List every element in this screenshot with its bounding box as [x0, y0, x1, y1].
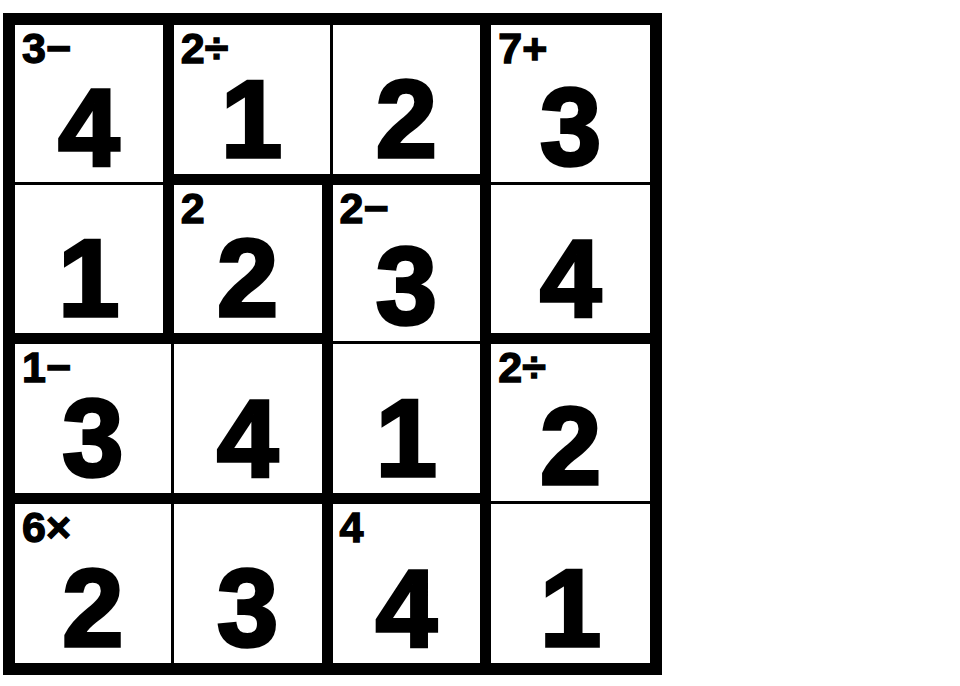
- cell-value: 2: [376, 64, 437, 174]
- cell-value: 4: [376, 553, 437, 663]
- cell-r3c0[interactable]: 6× 2: [15, 504, 174, 664]
- cage-clue: 2÷: [498, 345, 546, 390]
- cell-value: 4: [58, 72, 119, 182]
- cell-value: 1: [221, 64, 282, 174]
- cell-r1c0[interactable]: 1: [15, 185, 174, 345]
- cell-r3c1[interactable]: 3: [174, 504, 333, 664]
- cell-r0c1[interactable]: 2÷ 1: [174, 25, 333, 185]
- cell-value: 4: [540, 223, 601, 333]
- cage-clue: 1−: [22, 345, 71, 390]
- cell-r2c0[interactable]: 1− 3: [15, 344, 174, 504]
- cell-r3c2[interactable]: 4 4: [333, 504, 492, 664]
- cell-value: 1: [58, 223, 119, 333]
- cell-r2c2[interactable]: 1: [333, 344, 492, 504]
- cage-clue: 2÷: [181, 26, 229, 71]
- cell-r0c3[interactable]: 7+ 3: [491, 25, 650, 185]
- cell-value: 4: [217, 383, 278, 493]
- cell-value: 2: [217, 223, 278, 333]
- cell-value: 2: [540, 391, 601, 501]
- cage-clue: 3−: [22, 26, 71, 71]
- cage-clue: 6×: [22, 505, 71, 550]
- cell-r1c1[interactable]: 2 2: [174, 185, 333, 345]
- cell-value: 3: [62, 383, 123, 493]
- cage-clue: 2−: [340, 186, 389, 231]
- page-background: 3− 4 2÷ 1 2 7+ 3 1 2 2 2− 3 4: [0, 0, 960, 686]
- cell-r0c0[interactable]: 3− 4: [15, 25, 174, 185]
- cell-value: 3: [540, 72, 601, 182]
- cage-clue: 7+: [498, 26, 547, 71]
- cell-value: 1: [376, 383, 437, 493]
- cage-clue: 2: [181, 186, 205, 231]
- cage-clue: 4: [340, 505, 364, 550]
- cell-value: 3: [376, 231, 437, 341]
- cell-r1c2[interactable]: 2− 3: [333, 185, 492, 345]
- cell-value: 2: [62, 553, 123, 663]
- cell-value: 3: [217, 553, 278, 663]
- cell-r2c1[interactable]: 4: [174, 344, 333, 504]
- cell-r3c3[interactable]: 1: [491, 504, 650, 664]
- kenken-board: 3− 4 2÷ 1 2 7+ 3 1 2 2 2− 3 4: [3, 13, 662, 675]
- cell-r0c2[interactable]: 2: [333, 25, 492, 185]
- cell-r1c3[interactable]: 4: [491, 185, 650, 345]
- cell-r2c3[interactable]: 2÷ 2: [491, 344, 650, 504]
- cell-value: 1: [540, 553, 601, 663]
